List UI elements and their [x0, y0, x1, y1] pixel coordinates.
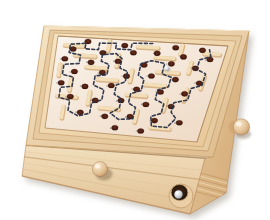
labyrinth-game-photo: 1234567891011121314151617181920212223242… [0, 0, 270, 220]
wall-segment-top [69, 78, 71, 90]
hole-number-label: 31 [116, 100, 120, 103]
hole-number-label: 12 [86, 61, 90, 64]
ball-highlight [165, 67, 166, 68]
wall-segment-top [155, 57, 173, 58]
right-knob-highlight [236, 122, 242, 127]
wall-segment-top [65, 45, 84, 46]
hole-number-label: 16 [190, 67, 194, 70]
hole-number-label: 28 [179, 93, 183, 96]
hole-number-label: 23 [56, 82, 60, 85]
hole-number-label: 18 [97, 72, 101, 75]
hole-number-label: 38 [174, 122, 178, 125]
hole-number-label: 22 [194, 82, 198, 85]
hole-number-label: 39 [110, 127, 114, 130]
hole-number-label: 20 [146, 75, 150, 78]
wall-segment-top [86, 67, 106, 68]
wall-segment-top [97, 79, 116, 80]
hole-number-label: 32 [141, 103, 145, 106]
hole-number-label: 40 [135, 130, 139, 133]
hole-number-label: 35 [100, 115, 104, 118]
wall-segment-top [144, 84, 165, 86]
hole-number-label: 36 [125, 116, 129, 119]
hole-number-label: 24 [80, 85, 84, 88]
ball-storage-corner [169, 184, 193, 208]
hole-number-label: 25 [106, 85, 110, 88]
labyrinth-scene-svg: 1234567891011121314151617181920212223242… [0, 0, 270, 220]
stored-steel-ball[interactable] [174, 190, 182, 198]
front-tilt-knob[interactable] [92, 161, 107, 176]
wall-segment-top [204, 53, 219, 54]
wall-segment-top [157, 72, 178, 73]
wall-segment-top [61, 106, 63, 117]
wall-segment-top [180, 45, 182, 54]
front-knob-highlight [95, 164, 101, 168]
hole-number-label: 33 [166, 105, 170, 108]
hole-number-label: 29 [65, 96, 69, 99]
hole-number-label: 11 [60, 58, 64, 61]
hole-number-label: 15 [166, 63, 170, 66]
right-tilt-knob[interactable] [233, 119, 249, 135]
hole-number-label: 13 [113, 60, 117, 63]
hole-number-label: 19 [121, 75, 125, 78]
wall-segment-top [58, 64, 60, 75]
wall-segment-top [138, 46, 158, 47]
hole-number-label: 17 [69, 71, 73, 74]
steel-ball-in-maze[interactable] [164, 66, 169, 71]
hole-number-label: 26 [131, 88, 135, 91]
wall-segment-top [100, 107, 119, 109]
stored-ball-highlight [176, 192, 178, 194]
